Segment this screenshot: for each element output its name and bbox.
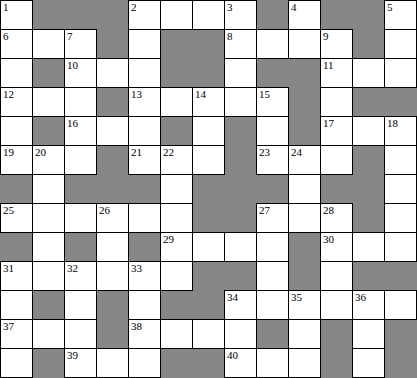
cell-r2c3[interactable]: [96, 58, 129, 88]
cell-r11c9[interactable]: [288, 319, 321, 349]
cell-r11c4[interactable]: 38: [128, 319, 161, 349]
cell-r10c2[interactable]: [64, 290, 97, 320]
cell-r7c4[interactable]: [128, 203, 161, 233]
cell-r2c7[interactable]: [224, 58, 257, 88]
cell-r0c4[interactable]: 2: [128, 0, 161, 30]
cell-r9c4[interactable]: 33: [128, 261, 161, 291]
cell-r5c8[interactable]: 23: [256, 145, 289, 175]
cell-r5c10[interactable]: [320, 145, 353, 175]
cell-r1c12[interactable]: [384, 29, 417, 59]
cell-r5c1[interactable]: 20: [32, 145, 65, 175]
cell-r8c5[interactable]: 29: [160, 232, 193, 262]
cell-r8c10[interactable]: 30: [320, 232, 353, 262]
cell-r0c5[interactable]: [160, 0, 193, 30]
clue-number-4: 4: [291, 1, 297, 14]
clue-number-5: 5: [387, 1, 393, 14]
cell-r1c2[interactable]: 7: [64, 29, 97, 59]
cell-r3c7[interactable]: [224, 87, 257, 117]
clue-number-29: 29: [163, 233, 174, 246]
cell-r11c6[interactable]: [192, 319, 225, 349]
cell-r4c10[interactable]: 17: [320, 116, 353, 146]
cell-r1c9[interactable]: [288, 29, 321, 59]
cell-r4c4[interactable]: [128, 116, 161, 146]
cell-r11c11[interactable]: [352, 319, 385, 349]
cell-r5c5[interactable]: 22: [160, 145, 193, 175]
cell-r1c8[interactable]: [256, 29, 289, 59]
block-r11c12: [384, 319, 417, 349]
cell-r12c3[interactable]: [96, 348, 129, 378]
cell-r9c1[interactable]: [32, 261, 65, 291]
cell-r7c0[interactable]: 25: [0, 203, 33, 233]
cell-r9c2[interactable]: 32: [64, 261, 97, 291]
block-r10c5: [160, 290, 193, 320]
block-r4c9: [288, 116, 321, 146]
cell-r8c6[interactable]: [192, 232, 225, 262]
block-r9c6: [192, 261, 225, 291]
block-r12c6: [192, 348, 225, 378]
cell-r5c12[interactable]: [384, 145, 417, 175]
block-r6c7: [224, 174, 257, 204]
cell-r5c6[interactable]: [192, 145, 225, 175]
block-r1c3: [96, 29, 129, 59]
block-r6c8: [256, 174, 289, 204]
cell-r4c6[interactable]: [192, 116, 225, 146]
cell-r0c0[interactable]: 1: [0, 0, 33, 30]
block-r10c1: [32, 290, 65, 320]
cell-r1c10[interactable]: 9: [320, 29, 353, 59]
cell-r9c5[interactable]: [160, 261, 193, 291]
clue-number-11: 11: [323, 59, 334, 72]
cell-r10c12[interactable]: [384, 290, 417, 320]
clue-number-24: 24: [291, 146, 302, 159]
block-r6c11: [352, 174, 385, 204]
cell-r1c1[interactable]: [32, 29, 65, 59]
block-r3c9: [288, 87, 321, 117]
cell-r6c12[interactable]: [384, 174, 417, 204]
cell-r1c4[interactable]: [128, 29, 161, 59]
block-r2c5: [160, 58, 193, 88]
cell-r10c0[interactable]: [0, 290, 33, 320]
block-r6c4: [128, 174, 161, 204]
cell-r7c9[interactable]: [288, 203, 321, 233]
block-r0c11: [352, 0, 385, 30]
cell-r11c2[interactable]: [64, 319, 97, 349]
block-r9c7: [224, 261, 257, 291]
cell-r1c0[interactable]: 6: [0, 29, 33, 59]
block-r9c12: [384, 261, 417, 291]
clue-number-17: 17: [323, 117, 334, 130]
block-r0c10: [320, 0, 353, 30]
cell-r10c4[interactable]: [128, 290, 161, 320]
block-r6c3: [96, 174, 129, 204]
cell-r7c10[interactable]: 28: [320, 203, 353, 233]
clue-number-30: 30: [323, 233, 334, 246]
clue-number-21: 21: [131, 146, 142, 159]
clue-number-3: 3: [227, 1, 233, 14]
cell-r6c5[interactable]: [160, 174, 193, 204]
block-r6c10: [320, 174, 353, 204]
clue-number-25: 25: [3, 204, 14, 217]
block-r12c10: [320, 348, 353, 378]
cell-r7c1[interactable]: [32, 203, 65, 233]
cell-r12c9[interactable]: [288, 348, 321, 378]
cell-r4c2[interactable]: 16: [64, 116, 97, 146]
cell-r3c6[interactable]: 14: [192, 87, 225, 117]
cell-r4c12[interactable]: 18: [384, 116, 417, 146]
block-r7c11: [352, 203, 385, 233]
block-r11c3: [96, 319, 129, 349]
block-r5c11: [352, 145, 385, 175]
cell-r0c6[interactable]: [192, 0, 225, 30]
block-r0c3: [96, 0, 129, 30]
cell-r12c0[interactable]: [0, 348, 33, 378]
cell-r3c8[interactable]: 15: [256, 87, 289, 117]
cell-r8c7[interactable]: [224, 232, 257, 262]
block-r8c0: [0, 232, 33, 262]
clue-number-37: 37: [3, 320, 14, 333]
block-r11c10: [320, 319, 353, 349]
cell-r12c7[interactable]: 40: [224, 348, 257, 378]
block-r4c7: [224, 116, 257, 146]
cell-r2c10[interactable]: 11: [320, 58, 353, 88]
crossword-grid: 1234567891011121314151617181920212223242…: [0, 0, 417, 378]
clue-number-7: 7: [67, 30, 73, 43]
clue-number-38: 38: [131, 320, 142, 333]
clue-number-16: 16: [67, 117, 78, 130]
cell-r5c9[interactable]: 24: [288, 145, 321, 175]
cell-r11c1[interactable]: [32, 319, 65, 349]
block-r7c6: [192, 203, 225, 233]
cell-r7c2[interactable]: [64, 203, 97, 233]
block-r10c3: [96, 290, 129, 320]
block-r6c2: [64, 174, 97, 204]
cell-r2c4[interactable]: [128, 58, 161, 88]
clue-number-2: 2: [131, 1, 137, 14]
block-r0c8: [256, 0, 289, 30]
block-r10c6: [192, 290, 225, 320]
cell-r4c0[interactable]: [0, 116, 33, 146]
clue-number-8: 8: [227, 30, 233, 43]
clue-number-15: 15: [259, 88, 270, 101]
cell-r7c8[interactable]: 27: [256, 203, 289, 233]
clue-number-9: 9: [323, 30, 329, 43]
block-r12c12: [384, 348, 417, 378]
block-r9c9: [288, 261, 321, 291]
block-r5c3: [96, 145, 129, 175]
clue-number-32: 32: [67, 262, 78, 275]
clue-number-13: 13: [131, 88, 142, 101]
cell-r2c0[interactable]: [0, 58, 33, 88]
cell-r5c2[interactable]: [64, 145, 97, 175]
clue-number-26: 26: [99, 204, 110, 217]
block-r4c5: [160, 116, 193, 146]
cell-r5c0[interactable]: 19: [0, 145, 33, 175]
block-r12c5: [160, 348, 193, 378]
block-r1c6: [192, 29, 225, 59]
block-r4c1: [32, 116, 65, 146]
cell-r9c8[interactable]: [256, 261, 289, 291]
block-r3c11: [352, 87, 385, 117]
clue-number-27: 27: [259, 204, 270, 217]
block-r0c2: [64, 0, 97, 30]
block-r5c7: [224, 145, 257, 175]
cell-r3c1[interactable]: [32, 87, 65, 117]
clue-number-33: 33: [131, 262, 142, 275]
block-r2c6: [192, 58, 225, 88]
clue-number-35: 35: [291, 291, 302, 304]
cell-r4c11[interactable]: [352, 116, 385, 146]
cell-r2c11[interactable]: [352, 58, 385, 88]
clue-number-36: 36: [355, 291, 366, 304]
cell-r9c0[interactable]: 31: [0, 261, 33, 291]
clue-number-14: 14: [195, 88, 206, 101]
cell-r0c12[interactable]: 5: [384, 0, 417, 30]
cell-r7c3[interactable]: 26: [96, 203, 129, 233]
cell-r6c9[interactable]: [288, 174, 321, 204]
clue-number-6: 6: [3, 30, 9, 43]
block-r8c4: [128, 232, 161, 262]
cell-r7c5[interactable]: [160, 203, 193, 233]
cell-r6c1[interactable]: [32, 174, 65, 204]
cell-r10c8[interactable]: [256, 290, 289, 320]
cell-r10c11[interactable]: 36: [352, 290, 385, 320]
cell-r8c11[interactable]: [352, 232, 385, 262]
cell-r11c0[interactable]: 37: [0, 319, 33, 349]
cell-r4c3[interactable]: [96, 116, 129, 146]
block-r6c6: [192, 174, 225, 204]
cell-r10c7[interactable]: 34: [224, 290, 257, 320]
block-r8c9: [288, 232, 321, 262]
block-r8c2: [64, 232, 97, 262]
cell-r11c7[interactable]: [224, 319, 257, 349]
block-r11c8: [256, 319, 289, 349]
clue-number-1: 1: [3, 1, 9, 14]
cell-r2c2[interactable]: 10: [64, 58, 97, 88]
cell-r11c5[interactable]: [160, 319, 193, 349]
block-r0c1: [32, 0, 65, 30]
cell-r9c10[interactable]: [320, 261, 353, 291]
clue-number-23: 23: [259, 146, 270, 159]
block-r6c0: [0, 174, 33, 204]
cell-r8c3[interactable]: [96, 232, 129, 262]
block-r3c3: [96, 87, 129, 117]
clue-number-18: 18: [387, 117, 398, 130]
cell-r12c4[interactable]: [128, 348, 161, 378]
block-r2c1: [32, 58, 65, 88]
cell-r3c2[interactable]: [64, 87, 97, 117]
cell-r0c7[interactable]: 3: [224, 0, 257, 30]
block-r3c12: [384, 87, 417, 117]
cell-r3c5[interactable]: [160, 87, 193, 117]
clue-number-10: 10: [67, 59, 78, 72]
cell-r12c2[interactable]: 39: [64, 348, 97, 378]
cell-r1c7[interactable]: 8: [224, 29, 257, 59]
block-r1c11: [352, 29, 385, 59]
block-r1c5: [160, 29, 193, 59]
clue-number-19: 19: [3, 146, 14, 159]
cell-r4c8[interactable]: [256, 116, 289, 146]
cell-r9c3[interactable]: [96, 261, 129, 291]
block-r2c8: [256, 58, 289, 88]
cell-r8c1[interactable]: [32, 232, 65, 262]
clue-number-12: 12: [3, 88, 14, 101]
block-r7c7: [224, 203, 257, 233]
cell-r12c8[interactable]: [256, 348, 289, 378]
clue-number-34: 34: [227, 291, 238, 304]
cell-r10c9[interactable]: 35: [288, 290, 321, 320]
cell-r3c4[interactable]: 13: [128, 87, 161, 117]
clue-number-39: 39: [67, 349, 78, 362]
clue-number-22: 22: [163, 146, 174, 159]
clue-number-28: 28: [323, 204, 334, 217]
cell-r0c9[interactable]: 4: [288, 0, 321, 30]
cell-r5c4[interactable]: 21: [128, 145, 161, 175]
clue-number-40: 40: [227, 349, 238, 362]
block-r9c11: [352, 261, 385, 291]
block-r12c1: [32, 348, 65, 378]
cell-r3c10[interactable]: [320, 87, 353, 117]
block-r2c9: [288, 58, 321, 88]
cell-r7c12[interactable]: [384, 203, 417, 233]
clue-number-20: 20: [35, 146, 46, 159]
cell-r12c11[interactable]: [352, 348, 385, 378]
cell-r2c12[interactable]: [384, 58, 417, 88]
cell-r10c10[interactable]: [320, 290, 353, 320]
clue-number-31: 31: [3, 262, 14, 275]
cell-r8c8[interactable]: [256, 232, 289, 262]
cell-r8c12[interactable]: [384, 232, 417, 262]
cell-r3c0[interactable]: 12: [0, 87, 33, 117]
